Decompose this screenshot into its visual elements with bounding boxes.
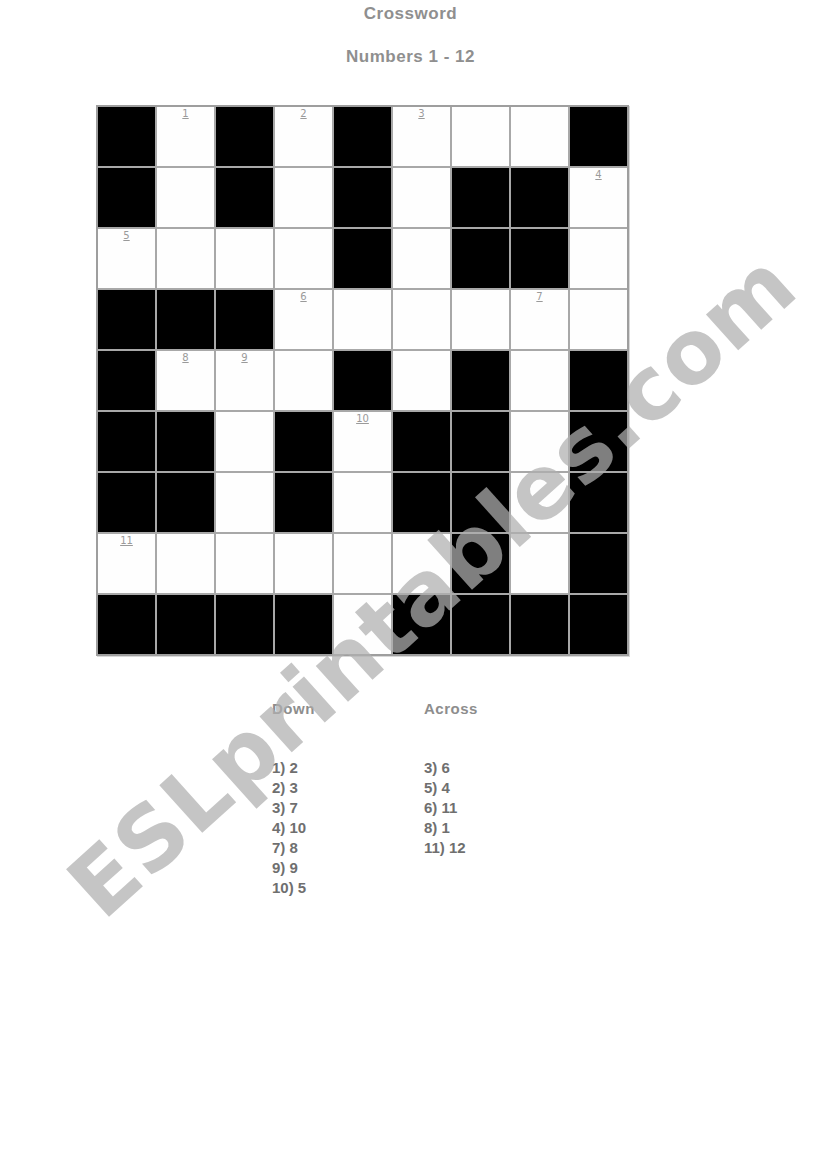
- grid-cell[interactable]: [511, 412, 568, 471]
- clues-down-header: Down: [272, 700, 422, 717]
- grid-cell[interactable]: [216, 412, 273, 471]
- grid-cell-black: [98, 412, 155, 471]
- grid-cell-black: [452, 473, 509, 532]
- grid-cell-black: [570, 107, 627, 166]
- grid-cell[interactable]: 1: [157, 107, 214, 166]
- grid-cell[interactable]: [511, 107, 568, 166]
- grid-cell-black: [275, 473, 332, 532]
- clue-item: 5) 4: [424, 778, 466, 798]
- grid-cell[interactable]: 3: [393, 107, 450, 166]
- grid-cell[interactable]: [157, 534, 214, 593]
- grid-cell[interactable]: [216, 534, 273, 593]
- grid-cell-black: [393, 595, 450, 654]
- clue-item: 3) 6: [424, 758, 466, 778]
- grid-cell[interactable]: [334, 290, 391, 349]
- grid-cell[interactable]: [275, 229, 332, 288]
- clues-down-list: 1) 22) 33) 74) 107) 89) 910) 5: [272, 758, 306, 898]
- worksheet-page: { "game": "crossword", "title": "Crosswo…: [0, 0, 821, 1169]
- grid-cell[interactable]: [511, 351, 568, 410]
- clue-item: 7) 8: [272, 838, 306, 858]
- grid-cell[interactable]: [393, 168, 450, 227]
- grid-cell[interactable]: 4: [570, 168, 627, 227]
- grid-cell-black: [570, 412, 627, 471]
- crossword-grid: 1234567891011: [96, 105, 629, 656]
- grid-cell-black: [98, 351, 155, 410]
- grid-cell[interactable]: 8: [157, 351, 214, 410]
- grid-cell-black: [570, 595, 627, 654]
- grid-cell-black: [98, 168, 155, 227]
- grid-cell-black: [570, 534, 627, 593]
- clue-item: 10) 5: [272, 878, 306, 898]
- grid-cell[interactable]: [511, 473, 568, 532]
- clues-across-list: 3) 65) 46) 118) 111) 12: [424, 758, 466, 858]
- grid-cell-black: [98, 290, 155, 349]
- clues-across-section: Across 3) 65) 46) 118) 111) 12: [424, 700, 574, 717]
- grid-cell-black: [216, 168, 273, 227]
- grid-cell[interactable]: [393, 229, 450, 288]
- grid-cell[interactable]: [452, 107, 509, 166]
- grid-cell-black: [452, 534, 509, 593]
- grid-cell[interactable]: 2: [275, 107, 332, 166]
- grid-cell[interactable]: 7: [511, 290, 568, 349]
- cell-number: 11: [98, 535, 155, 547]
- grid-cell-black: [452, 412, 509, 471]
- cell-number: 6: [275, 291, 332, 303]
- clues-across-header: Across: [424, 700, 574, 717]
- grid-cell-black: [157, 473, 214, 532]
- grid-cell-black: [334, 351, 391, 410]
- grid-cell[interactable]: [393, 534, 450, 593]
- grid-cell-black: [98, 473, 155, 532]
- grid-cell[interactable]: [570, 290, 627, 349]
- clue-item: 8) 1: [424, 818, 466, 838]
- grid-cell-black: [511, 595, 568, 654]
- grid-cell-black: [452, 229, 509, 288]
- grid-cell-black: [216, 107, 273, 166]
- grid-cell-black: [570, 351, 627, 410]
- clue-item: 2) 3: [272, 778, 306, 798]
- cell-number: 7: [511, 291, 568, 303]
- grid-cell[interactable]: 11: [98, 534, 155, 593]
- grid-cell[interactable]: [334, 473, 391, 532]
- page-title: Crossword: [0, 4, 821, 24]
- grid-cell-black: [452, 595, 509, 654]
- grid-cell-black: [98, 595, 155, 654]
- grid-cell-black: [157, 595, 214, 654]
- grid-cell[interactable]: [216, 229, 273, 288]
- grid-cell-black: [511, 229, 568, 288]
- grid-cell[interactable]: [157, 229, 214, 288]
- clue-item: 4) 10: [272, 818, 306, 838]
- grid-cell-black: [157, 412, 214, 471]
- cell-number: 5: [98, 230, 155, 242]
- grid-cell[interactable]: [275, 351, 332, 410]
- clue-item: 3) 7: [272, 798, 306, 818]
- cell-number: 1: [157, 108, 214, 120]
- grid-cell-black: [452, 168, 509, 227]
- grid-cell[interactable]: 5: [98, 229, 155, 288]
- grid-cell[interactable]: 6: [275, 290, 332, 349]
- grid-cell-black: [157, 290, 214, 349]
- grid-cell-black: [216, 595, 273, 654]
- grid-cell-black: [334, 229, 391, 288]
- cell-number: 10: [334, 413, 391, 425]
- grid-cell-black: [98, 107, 155, 166]
- grid-cell[interactable]: [216, 473, 273, 532]
- clue-item: 11) 12: [424, 838, 466, 858]
- clue-item: 6) 11: [424, 798, 466, 818]
- grid-cell-black: [334, 107, 391, 166]
- grid-cell-black: [216, 290, 273, 349]
- grid-cell-black: [334, 168, 391, 227]
- grid-cell[interactable]: [452, 290, 509, 349]
- grid-cell-black: [570, 473, 627, 532]
- grid-cell[interactable]: [275, 534, 332, 593]
- grid-cell-black: [275, 412, 332, 471]
- cell-number: 2: [275, 108, 332, 120]
- page-subtitle: Numbers 1 - 12: [0, 47, 821, 67]
- clue-item: 1) 2: [272, 758, 306, 778]
- grid-cell-black: [393, 473, 450, 532]
- cell-number: 3: [393, 108, 450, 120]
- cell-number: 8: [157, 352, 214, 364]
- grid-cell[interactable]: [334, 595, 391, 654]
- cell-number: 9: [216, 352, 273, 364]
- grid-cell-black: [452, 351, 509, 410]
- grid-cell[interactable]: [393, 351, 450, 410]
- cell-number: 4: [570, 169, 627, 181]
- clue-item: 9) 9: [272, 858, 306, 878]
- clues-down-section: Down 1) 22) 33) 74) 107) 89) 910) 5: [272, 700, 422, 717]
- grid-cell[interactable]: [570, 229, 627, 288]
- grid-cell[interactable]: [334, 534, 391, 593]
- grid-cell[interactable]: [511, 534, 568, 593]
- grid-cell[interactable]: 10: [334, 412, 391, 471]
- grid-cell[interactable]: [157, 168, 214, 227]
- grid-cell-black: [511, 168, 568, 227]
- grid-cell[interactable]: [393, 290, 450, 349]
- grid-cell[interactable]: 9: [216, 351, 273, 410]
- grid-cell-black: [393, 412, 450, 471]
- grid-cell-black: [275, 595, 332, 654]
- grid-cell[interactable]: [275, 168, 332, 227]
